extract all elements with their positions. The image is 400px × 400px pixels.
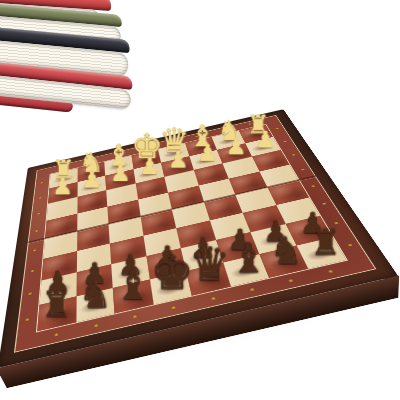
piece-white-pawn-a2[interactable]: ♟ (255, 128, 275, 151)
border-dot (25, 318, 29, 321)
chessboard-scene: ♜♞♝♚♛♝♞♜♟♟♟♟♟♟♟♟♟♟♟♟♟♟♟♟♜♞♝♚♛♝♞♜ (0, 0, 400, 400)
border-dot (348, 243, 353, 246)
border-dot (211, 297, 215, 300)
border-dot (37, 213, 40, 215)
border-dot (133, 315, 137, 318)
piece-black-bishop-c8[interactable]: ♝ (230, 237, 267, 278)
border-dot (289, 279, 294, 282)
border-dot (40, 182, 43, 184)
piece-white-pawn-g2[interactable]: ♟ (81, 168, 101, 191)
border-dot (292, 154, 296, 156)
piece-white-pawn-d2[interactable]: ♟ (168, 148, 188, 171)
border-dot (94, 324, 98, 327)
border-dot (328, 270, 333, 273)
border-dot (55, 333, 59, 337)
border-dot (301, 169, 305, 171)
piece-white-pawn-c2[interactable]: ♟ (197, 142, 217, 165)
piece-white-pawn-b2[interactable]: ♟ (226, 135, 246, 158)
border-dot (283, 140, 286, 142)
border-dot (275, 128, 278, 130)
piece-black-rook-a8[interactable]: ♜ (309, 225, 340, 260)
piece-black-king-e8[interactable]: ♚ (150, 248, 193, 296)
border-dot (39, 197, 42, 199)
border-dot (33, 249, 36, 252)
border-dot (322, 202, 326, 204)
piece-white-pawn-f2[interactable]: ♟ (110, 162, 130, 185)
piece-black-queen-d8[interactable]: ♛ (189, 241, 230, 287)
piece-black-knight-b8[interactable]: ♞ (270, 232, 304, 270)
piece-white-pawn-e2[interactable]: ♟ (139, 155, 159, 178)
piece-black-bishop-f8[interactable]: ♝ (115, 264, 152, 305)
border-dot (172, 306, 176, 309)
product-photo-stage: ♜♞♝♚♛♝♞♜♟♟♟♟♟♟♟♟♟♟♟♟♟♟♟♟♜♞♝♚♛♝♞♜ (0, 0, 400, 400)
border-dot (35, 230, 38, 232)
border-dot (250, 288, 255, 291)
border-dot (311, 185, 315, 187)
chessboard[interactable]: ♜♞♝♚♛♝♞♜♟♟♟♟♟♟♟♟♟♟♟♟♟♟♟♟♜♞♝♚♛♝♞♜ (0, 109, 398, 368)
border-dot (31, 270, 34, 273)
piece-white-pawn-h2[interactable]: ♟ (52, 175, 72, 198)
piece-black-rook-h8[interactable]: ♜ (41, 287, 72, 322)
piece-black-knight-g8[interactable]: ♞ (78, 276, 112, 314)
border-dot (28, 293, 32, 296)
